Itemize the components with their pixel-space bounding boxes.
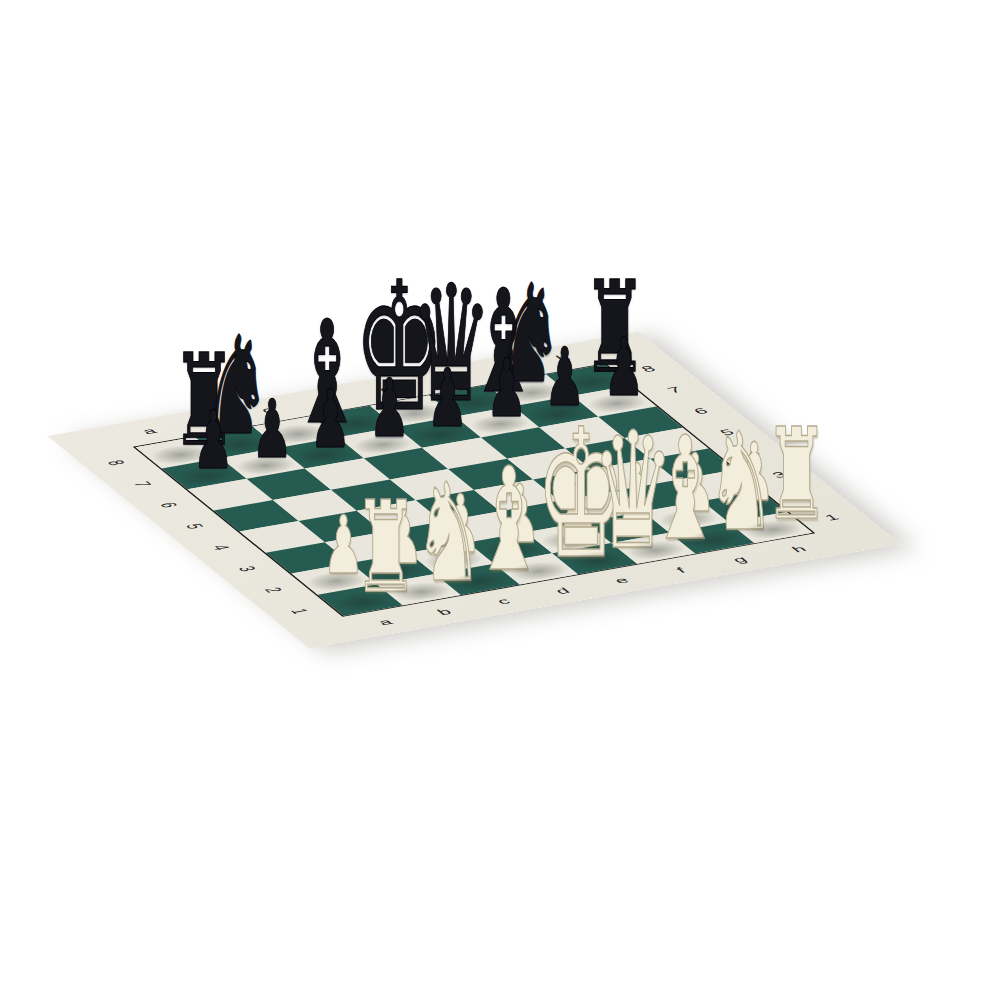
vinyl-chess-mat: abcdefgh 87654321 87654321 abcdefgh ♜♞♝♚… <box>47 332 900 649</box>
piece-black-pawn-f7[interactable]: ♟ <box>486 348 525 429</box>
piece-black-pawn-b7[interactable]: ♟ <box>251 389 290 470</box>
product-photo-background: abcdefgh 87654321 87654321 abcdefgh ♜♞♝♚… <box>0 0 1000 1000</box>
piece-white-rook-h1[interactable]: ♜ <box>764 412 803 539</box>
piece-black-pawn-a7[interactable]: ♟ <box>193 400 232 481</box>
piece-black-pawn-c7[interactable]: ♟ <box>310 379 349 460</box>
piece-black-pawn-e7[interactable]: ♟ <box>427 358 466 439</box>
piece-black-pawn-d7[interactable]: ♟ <box>368 369 407 450</box>
